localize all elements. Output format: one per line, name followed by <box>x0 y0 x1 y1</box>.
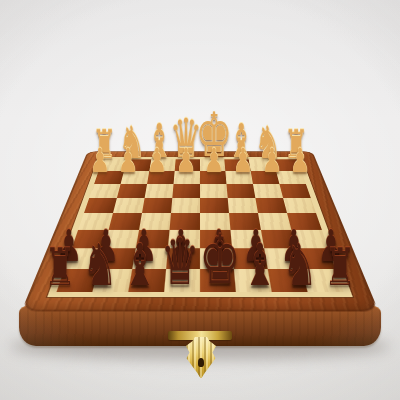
square-r2c0 <box>89 184 120 198</box>
latch-keyhole <box>198 358 204 367</box>
square-r2c2 <box>145 184 174 198</box>
square-r1c6 <box>251 171 280 184</box>
square-r1c0 <box>94 171 124 184</box>
square-r3c5 <box>228 198 258 213</box>
square-r1c7 <box>276 171 306 184</box>
square-r7c4 <box>200 269 236 292</box>
square-r3c7 <box>283 198 316 213</box>
square-r0c0 <box>99 159 127 171</box>
square-r1c4 <box>200 171 226 184</box>
square-r4c7 <box>287 213 322 230</box>
square-r0c6 <box>249 159 276 171</box>
square-r6c4 <box>200 248 234 269</box>
square-r4c3 <box>170 213 200 230</box>
square-r0c7 <box>273 159 301 171</box>
square-r5c7 <box>291 230 328 249</box>
square-r4c1 <box>109 213 142 230</box>
square-r7c3 <box>164 269 200 292</box>
square-r6c3 <box>166 248 200 269</box>
square-r2c1 <box>117 184 147 198</box>
square-r6c7 <box>296 248 335 269</box>
square-r3c6 <box>255 198 287 213</box>
square-r3c2 <box>142 198 172 213</box>
square-r5c6 <box>261 230 296 249</box>
square-r4c2 <box>139 213 171 230</box>
square-r5c3 <box>168 230 200 249</box>
square-r7c7 <box>302 269 344 292</box>
square-r6c0 <box>65 248 104 269</box>
square-r3c4 <box>200 198 229 213</box>
square-r6c2 <box>132 248 168 269</box>
square-r0c5 <box>224 159 250 171</box>
square-r5c1 <box>104 230 139 249</box>
chess-board <box>47 157 353 297</box>
square-r2c6 <box>253 184 283 198</box>
square-r2c3 <box>172 184 200 198</box>
square-r0c2 <box>149 159 175 171</box>
square-r4c0 <box>78 213 113 230</box>
square-r6c6 <box>264 248 301 269</box>
square-r3c3 <box>171 198 200 213</box>
square-r6c5 <box>232 248 268 269</box>
square-r5c5 <box>230 230 264 249</box>
square-r0c3 <box>175 159 200 171</box>
square-r5c4 <box>200 230 232 249</box>
square-r7c2 <box>128 269 166 292</box>
square-r0c1 <box>124 159 151 171</box>
square-r2c4 <box>200 184 228 198</box>
square-r1c5 <box>225 171 253 184</box>
square-r7c1 <box>92 269 132 292</box>
square-r1c2 <box>147 171 175 184</box>
square-r5c0 <box>72 230 109 249</box>
square-r4c6 <box>258 213 291 230</box>
square-r2c7 <box>279 184 310 198</box>
square-r4c5 <box>229 213 261 230</box>
square-r1c3 <box>174 171 200 184</box>
square-r3c1 <box>113 198 145 213</box>
photo-background: ♜♞♝♛♚♝♞♜♟♟♟♟♟♟♟♟♟♟♟♟♟♟♟♟♜♞♝♛♚♝♞♜ <box>0 0 400 400</box>
square-r6c1 <box>98 248 135 269</box>
square-r2c5 <box>226 184 255 198</box>
square-r1c1 <box>121 171 150 184</box>
square-r5c2 <box>136 230 170 249</box>
square-r4c4 <box>200 213 230 230</box>
square-r0c4 <box>200 159 225 171</box>
square-r7c5 <box>234 269 272 292</box>
square-r3c0 <box>84 198 117 213</box>
